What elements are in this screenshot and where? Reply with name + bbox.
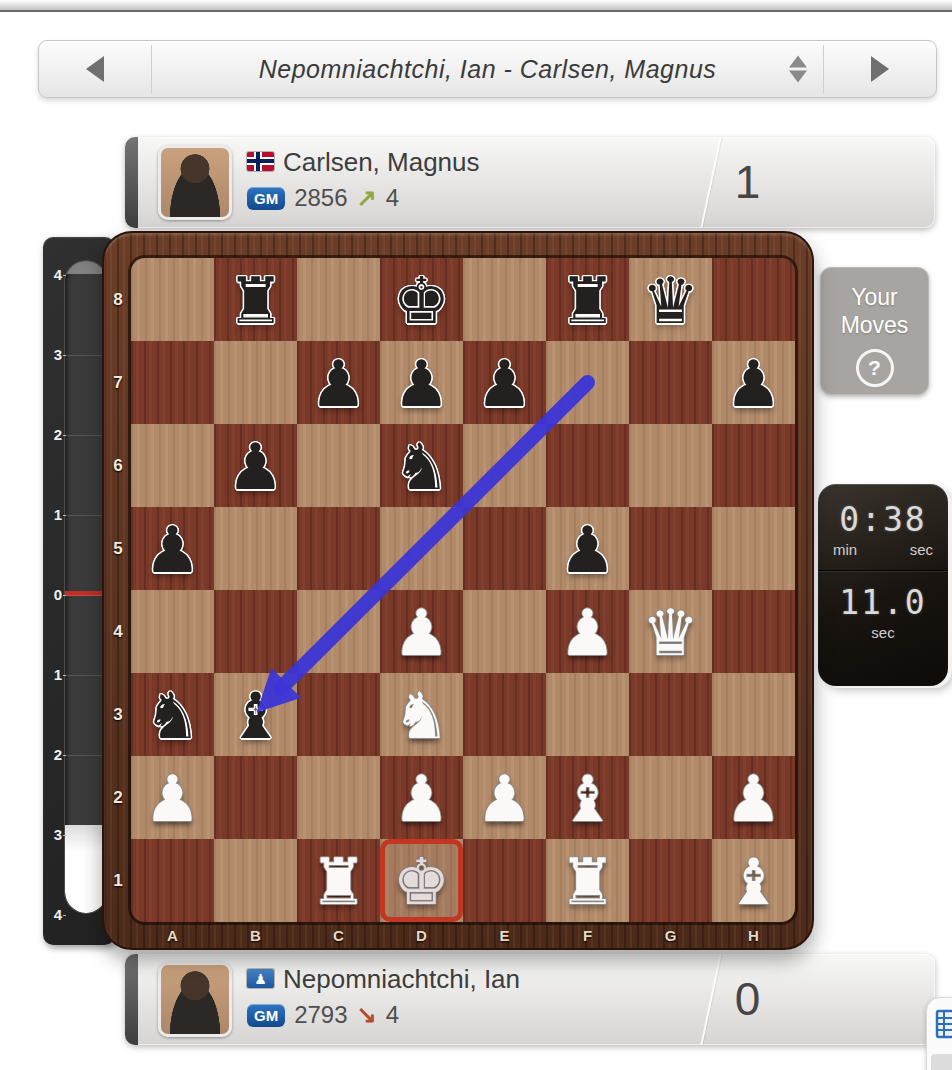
- square-g6[interactable]: [629, 424, 712, 507]
- white-rook-f1[interactable]: ♜: [546, 839, 629, 922]
- white-bishop-h1[interactable]: ♝: [712, 839, 795, 922]
- file-label-A: A: [131, 923, 214, 949]
- player-name: Nepomniachtchi, Ian: [283, 964, 520, 995]
- gm-title-badge: GM: [247, 1004, 285, 1027]
- game-title-area[interactable]: Nepomniachtchi, Ian - Carlsen, Magnus: [152, 41, 823, 97]
- eval-label-1: 3: [45, 345, 62, 365]
- square-f1[interactable]: ♜: [546, 839, 629, 922]
- square-a4[interactable]: [131, 590, 214, 673]
- black-pawn-e7[interactable]: ♟: [463, 341, 546, 424]
- score-white: 0: [700, 954, 795, 1045]
- eval-label-3: 1: [45, 505, 62, 525]
- eval-label-7: 3: [45, 825, 62, 845]
- avatar-carlsen: [158, 145, 232, 220]
- rank-label-1: 1: [106, 839, 130, 922]
- next-game-button[interactable]: [824, 41, 936, 97]
- side-tools-panel: [926, 997, 952, 1070]
- square-g7[interactable]: [629, 341, 712, 424]
- square-b4[interactable]: [214, 590, 297, 673]
- square-g5[interactable]: [629, 507, 712, 590]
- black-pawn-d7[interactable]: ♟: [380, 341, 463, 424]
- side-tools-secondary[interactable]: [931, 1054, 952, 1070]
- sec-label: sec: [818, 622, 948, 641]
- rank-label-2: 2: [106, 756, 130, 839]
- file-label-E: E: [463, 923, 546, 949]
- clock-main-time: 0:38: [818, 484, 948, 539]
- rank-label-5: 5: [106, 507, 130, 590]
- file-label-F: F: [546, 923, 629, 949]
- black-pawn-h7[interactable]: ♟: [712, 341, 795, 424]
- square-g1[interactable]: [629, 839, 712, 922]
- left-arrow-icon: [86, 56, 104, 82]
- square-a2[interactable]: ♟: [131, 756, 214, 839]
- black-pawn-a5[interactable]: ♟: [131, 507, 214, 590]
- sec-label: sec: [910, 541, 933, 558]
- square-d5[interactable]: [380, 507, 463, 590]
- square-a1[interactable]: [131, 839, 214, 922]
- file-label-C: C: [297, 923, 380, 949]
- cfr-russia-flag-icon: ♟: [247, 969, 274, 988]
- eval-label-6: 2: [45, 745, 62, 765]
- your-moves-button[interactable]: Your Moves ?: [820, 267, 929, 395]
- square-d4[interactable]: ♟: [380, 590, 463, 673]
- black-knight-d6[interactable]: ♞: [380, 424, 463, 507]
- white-pawn-e2[interactable]: ♟: [463, 756, 546, 839]
- eval-tick: [65, 835, 107, 836]
- eval-tick: [65, 355, 107, 356]
- square-e8[interactable]: [463, 258, 546, 341]
- rating-down-arrow-icon: ↘: [357, 1001, 377, 1029]
- white-king-d1[interactable]: ♚: [380, 839, 463, 922]
- gm-title-badge: GM: [247, 187, 285, 210]
- white-knight-d3[interactable]: ♞: [380, 673, 463, 756]
- white-queen-g4[interactable]: ♛: [629, 590, 712, 673]
- square-h2[interactable]: ♟: [712, 756, 795, 839]
- evaluation-white-fill: [65, 825, 107, 913]
- square-h5[interactable]: [712, 507, 795, 590]
- square-f6[interactable]: [546, 424, 629, 507]
- black-bishop-b3[interactable]: ♝: [214, 673, 297, 756]
- square-b6[interactable]: ♟: [214, 424, 297, 507]
- your-moves-label: Your Moves: [820, 284, 929, 339]
- square-g3[interactable]: [629, 673, 712, 756]
- white-pawn-d4[interactable]: ♟: [380, 590, 463, 673]
- file-label-G: G: [629, 923, 712, 949]
- square-a3[interactable]: ♞: [131, 673, 214, 756]
- rating-up-arrow-icon: ↗: [357, 184, 377, 212]
- board-squares: ♜♚♜♛♟♟♟♟♟♞♟♟♟♟♛♞♝♞♟♟♟♝♟♜♚♜♝: [131, 258, 795, 922]
- eval-tick: [65, 755, 107, 756]
- previous-game-button[interactable]: [39, 41, 151, 97]
- rating-delta: 4: [386, 184, 399, 212]
- square-f3[interactable]: [546, 673, 629, 756]
- square-b5[interactable]: [214, 507, 297, 590]
- rank-labels: 87654321: [106, 258, 130, 922]
- clock-main: 0:38 min sec: [818, 484, 948, 558]
- rank-label-3: 3: [106, 673, 130, 756]
- square-f8[interactable]: ♜: [546, 258, 629, 341]
- square-e7[interactable]: ♟: [463, 341, 546, 424]
- square-d1[interactable]: ♚: [380, 839, 463, 922]
- player-card-white-nepomniachtchi: ♟ Nepomniachtchi, Ian GM 2793 ↘ 4 0: [125, 954, 935, 1045]
- square-g4[interactable]: ♛: [629, 590, 712, 673]
- eval-tick: [65, 515, 107, 516]
- square-e4[interactable]: [463, 590, 546, 673]
- player-name: Carlsen, Magnus: [283, 147, 480, 178]
- black-knight-a3[interactable]: ♞: [131, 673, 214, 756]
- square-a6[interactable]: [131, 424, 214, 507]
- square-f7[interactable]: [546, 341, 629, 424]
- player-rating: 2856: [294, 184, 347, 212]
- evaluation-cap: [65, 261, 107, 274]
- chess-board: 87654321 ♜♚♜♛♟♟♟♟♟♞♟♟♟♟♛♞♝♞♟♟♟♝♟♜♚♜♝ ABC…: [102, 231, 814, 950]
- square-d6[interactable]: ♞: [380, 424, 463, 507]
- square-h3[interactable]: [712, 673, 795, 756]
- file-label-H: H: [712, 923, 795, 949]
- white-pawn-h2[interactable]: ♟: [712, 756, 795, 839]
- square-h1[interactable]: ♝: [712, 839, 795, 922]
- white-pawn-d2[interactable]: ♟: [380, 756, 463, 839]
- file-label-B: B: [214, 923, 297, 949]
- eval-label-5: 1: [45, 665, 62, 685]
- square-a5[interactable]: ♟: [131, 507, 214, 590]
- black-pawn-f5[interactable]: ♟: [546, 507, 629, 590]
- square-c7[interactable]: ♟: [297, 341, 380, 424]
- clock-increment-time: 11.0: [818, 571, 948, 622]
- file-labels: ABCDEFGH: [131, 923, 795, 949]
- square-h7[interactable]: ♟: [712, 341, 795, 424]
- square-e6[interactable]: [463, 424, 546, 507]
- square-d3[interactable]: ♞: [380, 673, 463, 756]
- square-d7[interactable]: ♟: [380, 341, 463, 424]
- square-e1[interactable]: [463, 839, 546, 922]
- black-pawn-c7[interactable]: ♟: [297, 341, 380, 424]
- player-meta: GM 2856 ↗ 4: [247, 184, 399, 212]
- black-rook-f8[interactable]: ♜: [546, 258, 629, 341]
- rank-label-8: 8: [106, 258, 130, 341]
- player-meta: GM 2793 ↘ 4: [247, 1001, 399, 1029]
- player-rating: 2793: [294, 1001, 347, 1029]
- min-label: min: [833, 541, 857, 558]
- white-rook-c1[interactable]: ♜: [297, 839, 380, 922]
- avatar-nepomniachtchi: [158, 962, 232, 1037]
- rank-label-7: 7: [106, 341, 130, 424]
- square-c1[interactable]: ♜: [297, 839, 380, 922]
- square-c6[interactable]: [297, 424, 380, 507]
- square-b1[interactable]: [214, 839, 297, 922]
- square-d8[interactable]: ♚: [380, 258, 463, 341]
- notation-grid-icon[interactable]: [935, 1009, 952, 1041]
- square-e5[interactable]: [463, 507, 546, 590]
- black-king-d8[interactable]: ♚: [380, 258, 463, 341]
- square-c3[interactable]: [297, 673, 380, 756]
- square-h8[interactable]: [712, 258, 795, 341]
- square-c8[interactable]: [297, 258, 380, 341]
- eval-label-8: 4: [45, 905, 62, 925]
- square-b8[interactable]: ♜: [214, 258, 297, 341]
- clock-units: min sec: [818, 539, 948, 558]
- black-rook-b8[interactable]: ♜: [214, 258, 297, 341]
- square-e3[interactable]: [463, 673, 546, 756]
- norway-flag-icon: [247, 152, 274, 171]
- square-a7[interactable]: [131, 341, 214, 424]
- square-g8[interactable]: ♛: [629, 258, 712, 341]
- player-card-black-carlsen: Carlsen, Magnus GM 2856 ↗ 4 1: [125, 137, 935, 228]
- white-pawn-f4[interactable]: ♟: [546, 590, 629, 673]
- eval-label-0: 4: [45, 265, 62, 285]
- white-bishop-f2[interactable]: ♝: [546, 756, 629, 839]
- square-g2[interactable]: [629, 756, 712, 839]
- score-black: 1: [700, 137, 795, 228]
- square-b3[interactable]: ♝: [214, 673, 297, 756]
- top-chrome-strip: [0, 0, 952, 12]
- black-pawn-b6[interactable]: ♟: [214, 424, 297, 507]
- eval-tick: [65, 675, 107, 676]
- square-f4[interactable]: ♟: [546, 590, 629, 673]
- square-a8[interactable]: [131, 258, 214, 341]
- chess-app: Nepomniachtchi, Ian - Carlsen, Magnus Ca…: [0, 0, 952, 1070]
- eval-tick: [65, 435, 107, 436]
- square-d2[interactable]: ♟: [380, 756, 463, 839]
- square-h6[interactable]: [712, 424, 795, 507]
- eval-label-2: 2: [45, 425, 62, 445]
- up-arrow-icon: [789, 56, 807, 68]
- eval-tick: [65, 595, 107, 596]
- question-mark-icon: ?: [856, 349, 894, 387]
- square-b7[interactable]: [214, 341, 297, 424]
- rank-label-6: 6: [106, 424, 130, 507]
- right-arrow-icon: [871, 56, 889, 82]
- evaluation-track: [65, 261, 107, 913]
- square-c2[interactable]: [297, 756, 380, 839]
- square-e2[interactable]: ♟: [463, 756, 546, 839]
- game-selector-bar: Nepomniachtchi, Ian - Carlsen, Magnus: [38, 40, 937, 98]
- clock-increment: 11.0 sec: [818, 571, 948, 641]
- black-queen-g8[interactable]: ♛: [629, 258, 712, 341]
- game-title: Nepomniachtchi, Ian - Carlsen, Magnus: [259, 55, 717, 84]
- white-pawn-a2[interactable]: ♟: [131, 756, 214, 839]
- pawn-emblem-icon: ♟: [254, 972, 267, 986]
- square-c4[interactable]: [297, 590, 380, 673]
- game-clock: 0:38 min sec 11.0 sec: [818, 484, 948, 686]
- rank-label-4: 4: [106, 590, 130, 673]
- rating-delta: 4: [386, 1001, 399, 1029]
- down-arrow-icon: [789, 71, 807, 83]
- square-f2[interactable]: ♝: [546, 756, 629, 839]
- game-list-spinner[interactable]: [789, 56, 807, 83]
- square-c5[interactable]: [297, 507, 380, 590]
- square-h4[interactable]: [712, 590, 795, 673]
- square-f5[interactable]: ♟: [546, 507, 629, 590]
- file-label-D: D: [380, 923, 463, 949]
- eval-label-4: 0: [45, 585, 62, 605]
- square-b2[interactable]: [214, 756, 297, 839]
